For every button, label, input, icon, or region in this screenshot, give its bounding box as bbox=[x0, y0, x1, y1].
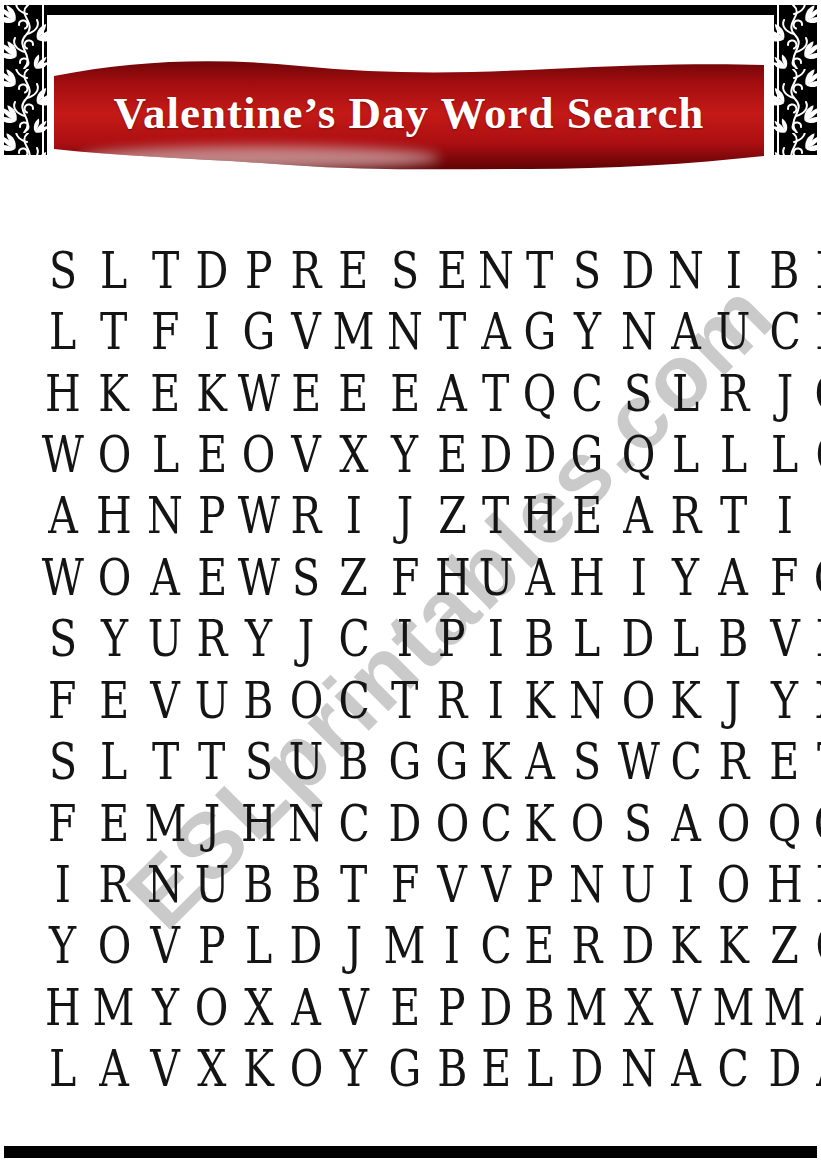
grid-cell[interactable]: B bbox=[233, 854, 284, 915]
grid-cell[interactable]: T bbox=[140, 731, 191, 792]
grid-cell[interactable]: R bbox=[810, 609, 821, 670]
grid-cell[interactable]: K bbox=[233, 1039, 284, 1100]
grid-cell[interactable]: E bbox=[474, 1039, 518, 1100]
grid-cell[interactable]: N bbox=[379, 301, 430, 362]
grid-cell[interactable]: S bbox=[233, 731, 284, 792]
grid-letter: E bbox=[390, 369, 420, 419]
grid-cell[interactable]: E bbox=[561, 486, 612, 547]
grid-cell[interactable]: F bbox=[379, 854, 430, 915]
grid-cell[interactable]: V bbox=[284, 424, 328, 485]
grid-cell[interactable]: Y bbox=[88, 609, 139, 670]
grid-cell[interactable]: N bbox=[561, 670, 612, 731]
grid-cell[interactable]: N bbox=[613, 1039, 664, 1100]
grid-cell[interactable]: H bbox=[233, 793, 284, 854]
grid-cell[interactable]: W bbox=[233, 486, 284, 547]
grid-cell[interactable]: U bbox=[191, 854, 233, 915]
grid-cell[interactable]: B bbox=[708, 609, 759, 670]
grid-cell[interactable]: C bbox=[664, 731, 708, 792]
grid-cell[interactable]: Y bbox=[379, 424, 430, 485]
grid-cell[interactable]: O bbox=[88, 547, 139, 608]
grid-letter: N bbox=[668, 246, 704, 296]
grid-cell[interactable]: V bbox=[431, 854, 475, 915]
grid-cell[interactable]: Y bbox=[328, 1039, 379, 1100]
grid-cell[interactable]: L bbox=[759, 424, 810, 485]
grid-cell[interactable]: L bbox=[88, 731, 139, 792]
grid-letter: U bbox=[148, 614, 183, 664]
grid-cell[interactable]: Y bbox=[140, 977, 191, 1038]
grid-letter: O bbox=[570, 799, 604, 849]
grid-cell[interactable]: G bbox=[379, 1039, 430, 1100]
grid-letter: O bbox=[195, 983, 229, 1033]
grid-cell[interactable]: R bbox=[708, 731, 759, 792]
grid-cell[interactable]: K bbox=[810, 301, 821, 362]
grid-cell[interactable]: V bbox=[284, 301, 328, 362]
grid-cell[interactable]: N bbox=[474, 240, 518, 301]
grid-letter: D bbox=[290, 921, 323, 971]
grid-cell[interactable]: A bbox=[664, 301, 708, 362]
grid-cell[interactable]: L bbox=[664, 609, 708, 670]
grid-letter: S bbox=[49, 614, 77, 664]
grid-cell[interactable]: T bbox=[140, 240, 191, 301]
grid-cell[interactable]: R bbox=[708, 363, 759, 424]
grid-cell[interactable]: F bbox=[37, 670, 88, 731]
grid-cell[interactable]: H bbox=[431, 547, 475, 608]
grid-cell[interactable]: E bbox=[379, 977, 430, 1038]
grid-letter: A bbox=[525, 737, 555, 787]
grid-cell[interactable]: K bbox=[474, 731, 518, 792]
grid-cell[interactable]: H bbox=[759, 854, 810, 915]
grid-cell[interactable]: I bbox=[810, 486, 821, 547]
grid-letter: Y bbox=[672, 553, 699, 603]
grid-cell[interactable]: O bbox=[810, 793, 821, 854]
grid-cell[interactable]: O bbox=[233, 424, 284, 485]
grid-cell[interactable]: S bbox=[37, 240, 88, 301]
grid-cell[interactable]: M bbox=[328, 301, 379, 362]
grid-cell[interactable]: S bbox=[37, 609, 88, 670]
grid-cell[interactable]: Y bbox=[561, 301, 612, 362]
grid-cell[interactable]: N bbox=[613, 301, 664, 362]
grid-cell[interactable]: P bbox=[518, 854, 562, 915]
grid-cell[interactable]: H bbox=[37, 977, 88, 1038]
grid-cell[interactable]: C bbox=[810, 916, 821, 977]
grid-cell[interactable]: U bbox=[613, 854, 664, 915]
grid-cell[interactable]: M bbox=[379, 916, 430, 977]
grid-cell[interactable]: V bbox=[140, 916, 191, 977]
grid-letter: G bbox=[436, 737, 469, 787]
grid-cell[interactable]: C bbox=[474, 793, 518, 854]
grid-letter: J bbox=[204, 799, 220, 849]
grid-cell[interactable]: A bbox=[518, 731, 562, 792]
grid-cell[interactable]: F bbox=[140, 301, 191, 362]
grid-cell[interactable]: G bbox=[233, 301, 284, 362]
grid-letter: C bbox=[338, 799, 369, 849]
grid-cell[interactable]: A bbox=[88, 1039, 139, 1100]
grid-cell[interactable]: M bbox=[140, 793, 191, 854]
grid-cell[interactable]: E bbox=[88, 793, 139, 854]
grid-letter: A bbox=[99, 1044, 129, 1094]
grid-cell[interactable]: A bbox=[810, 1039, 821, 1100]
grid-cell[interactable]: L bbox=[664, 424, 708, 485]
grid-cell[interactable]: D bbox=[379, 793, 430, 854]
grid-cell[interactable]: H bbox=[88, 486, 139, 547]
grid-cell[interactable]: U bbox=[140, 609, 191, 670]
grid-cell[interactable]: G bbox=[561, 424, 612, 485]
grid-cell[interactable]: K bbox=[664, 670, 708, 731]
grid-cell[interactable]: R bbox=[284, 240, 328, 301]
grid-cell[interactable]: E bbox=[191, 424, 233, 485]
grid-cell[interactable]: R bbox=[284, 486, 328, 547]
grid-cell[interactable]: A bbox=[664, 1039, 708, 1100]
grid-cell[interactable]: B bbox=[328, 731, 379, 792]
grid-cell[interactable]: C bbox=[810, 424, 821, 485]
grid-cell[interactable]: O bbox=[284, 1039, 328, 1100]
grid-cell[interactable]: Y bbox=[664, 547, 708, 608]
grid-cell[interactable]: N bbox=[664, 240, 708, 301]
grid-cell[interactable]: I bbox=[37, 854, 88, 915]
grid-cell[interactable]: K bbox=[88, 363, 139, 424]
grid-letter: M bbox=[384, 921, 426, 971]
grid-cell[interactable]: B bbox=[233, 670, 284, 731]
grid-cell[interactable]: T bbox=[88, 301, 139, 362]
grid-letter: V bbox=[291, 307, 321, 357]
grid-letter: W bbox=[617, 737, 659, 787]
grid-cell[interactable]: C bbox=[328, 793, 379, 854]
grid-cell[interactable]: D bbox=[474, 424, 518, 485]
grid-cell[interactable]: E bbox=[191, 547, 233, 608]
grid-cell[interactable]: L bbox=[37, 1039, 88, 1100]
grid-cell[interactable]: G bbox=[431, 731, 475, 792]
grid-cell[interactable]: S bbox=[284, 547, 328, 608]
grid-letter: L bbox=[526, 1044, 553, 1094]
grid-cell[interactable]: I bbox=[431, 916, 475, 977]
grid-cell[interactable]: I bbox=[613, 547, 664, 608]
grid-cell[interactable]: T bbox=[474, 486, 518, 547]
grid-cell[interactable]: J bbox=[379, 486, 430, 547]
grid-cell[interactable]: G bbox=[518, 301, 562, 362]
grid-letter: N bbox=[288, 799, 324, 849]
grid-cell[interactable]: F bbox=[379, 547, 430, 608]
grid-letter: S bbox=[49, 246, 77, 296]
grid-cell[interactable]: T bbox=[518, 240, 562, 301]
grid-cell[interactable]: P bbox=[233, 240, 284, 301]
grid-letter: N bbox=[147, 491, 183, 541]
grid-cell[interactable]: Q bbox=[518, 363, 562, 424]
grid-cell[interactable]: E bbox=[328, 240, 379, 301]
grid-cell[interactable]: M bbox=[561, 977, 612, 1038]
grid-letter: F bbox=[48, 676, 76, 726]
grid-cell[interactable]: A bbox=[140, 547, 191, 608]
grid-cell[interactable]: R bbox=[810, 240, 821, 301]
grid-cell[interactable]: L bbox=[518, 1039, 562, 1100]
grid-letter: M bbox=[764, 983, 806, 1033]
grid-letter: L bbox=[245, 921, 272, 971]
grid-letter: K bbox=[524, 676, 555, 726]
grid-cell[interactable]: W bbox=[233, 547, 284, 608]
grid-cell[interactable]: S bbox=[613, 363, 664, 424]
grid-letter: E bbox=[150, 369, 180, 419]
grid-cell[interactable]: R bbox=[664, 486, 708, 547]
grid-cell[interactable]: O bbox=[561, 793, 612, 854]
grid-cell[interactable]: I bbox=[191, 301, 233, 362]
grid-cell[interactable]: O bbox=[88, 424, 139, 485]
grid-cell[interactable]: P bbox=[191, 486, 233, 547]
grid-letter: I bbox=[488, 614, 504, 664]
grid-cell[interactable]: J bbox=[284, 609, 328, 670]
grid-cell[interactable]: S bbox=[613, 793, 664, 854]
grid-cell[interactable]: C bbox=[474, 916, 518, 977]
grid-cell[interactable]: C bbox=[561, 363, 612, 424]
grid-cell[interactable]: O bbox=[88, 916, 139, 977]
grid-cell[interactable]: C bbox=[708, 1039, 759, 1100]
grid-cell[interactable]: O bbox=[191, 977, 233, 1038]
grid-cell[interactable]: A bbox=[284, 977, 328, 1038]
grid-cell[interactable]: Z bbox=[328, 547, 379, 608]
grid-cell[interactable]: X bbox=[191, 1039, 233, 1100]
grid-cell[interactable]: D bbox=[613, 609, 664, 670]
grid-cell[interactable]: M bbox=[88, 977, 139, 1038]
grid-cell[interactable]: P bbox=[431, 977, 475, 1038]
grid-cell[interactable]: E bbox=[140, 363, 191, 424]
grid-cell[interactable]: A bbox=[708, 547, 759, 608]
grid-cell[interactable]: I bbox=[328, 486, 379, 547]
grid-cell[interactable]: U bbox=[708, 301, 759, 362]
grid-letter: B bbox=[770, 246, 800, 296]
grid-cell[interactable]: E bbox=[284, 363, 328, 424]
grid-cell[interactable]: C bbox=[328, 670, 379, 731]
grid-letter: S bbox=[573, 246, 601, 296]
grid-letter: D bbox=[622, 614, 655, 664]
grid-cell[interactable]: D bbox=[518, 424, 562, 485]
grid-cell[interactable]: K bbox=[518, 793, 562, 854]
grid-letter: O bbox=[814, 553, 821, 603]
grid-letter: T bbox=[340, 860, 367, 910]
grid-cell[interactable]: O bbox=[708, 854, 759, 915]
grid-cell[interactable]: K bbox=[191, 363, 233, 424]
grid-cell[interactable]: V bbox=[328, 977, 379, 1038]
grid-cell[interactable]: L bbox=[233, 916, 284, 977]
grid-cell[interactable]: T bbox=[431, 301, 475, 362]
grid-cell[interactable]: H bbox=[518, 486, 562, 547]
grid-cell[interactable]: I bbox=[708, 240, 759, 301]
grid-cell[interactable]: D bbox=[561, 1039, 612, 1100]
grid-cell[interactable]: Q bbox=[759, 793, 810, 854]
grid-letter: V bbox=[150, 1044, 180, 1094]
grid-cell[interactable]: J bbox=[759, 363, 810, 424]
grid-cell[interactable]: V bbox=[474, 854, 518, 915]
grid-cell[interactable]: L bbox=[664, 363, 708, 424]
grid-cell[interactable]: R bbox=[561, 916, 612, 977]
grid-cell[interactable]: K bbox=[708, 916, 759, 977]
grid-letter: V bbox=[339, 983, 369, 1033]
grid-cell[interactable]: D bbox=[759, 1039, 810, 1100]
grid-cell[interactable]: B bbox=[284, 854, 328, 915]
grid-cell[interactable]: C bbox=[759, 301, 810, 362]
grid-letter: Y bbox=[574, 307, 601, 357]
grid-cell[interactable]: A bbox=[810, 977, 821, 1038]
grid-cell[interactable]: T bbox=[379, 670, 430, 731]
grid-cell[interactable]: D bbox=[613, 240, 664, 301]
grid-cell[interactable]: Z bbox=[431, 486, 475, 547]
grid-letter: L bbox=[771, 430, 798, 480]
grid-cell[interactable]: Q bbox=[613, 424, 664, 485]
grid-letter: T bbox=[100, 307, 127, 357]
grid-letter: E bbox=[437, 430, 467, 480]
grid-cell[interactable]: D bbox=[613, 916, 664, 977]
grid-cell[interactable]: X bbox=[233, 977, 284, 1038]
grid-cell[interactable]: N bbox=[561, 854, 612, 915]
grid-cell[interactable]: I bbox=[379, 609, 430, 670]
grid-letter: X bbox=[197, 1044, 226, 1094]
grid-cell[interactable]: V bbox=[140, 670, 191, 731]
grid-cell[interactable]: Z bbox=[759, 916, 810, 977]
grid-cell[interactable]: Y bbox=[759, 670, 810, 731]
grid-letter: R bbox=[718, 737, 749, 787]
grid-cell[interactable]: W bbox=[613, 731, 664, 792]
grid-letter: C bbox=[480, 799, 511, 849]
grid-cell[interactable]: G bbox=[379, 731, 430, 792]
grid-cell[interactable]: E bbox=[518, 916, 562, 977]
grid-cell[interactable]: D bbox=[474, 977, 518, 1038]
grid-letter: T bbox=[817, 737, 821, 787]
grid-cell[interactable]: A bbox=[431, 363, 475, 424]
grid-cell[interactable]: A bbox=[474, 301, 518, 362]
grid-cell[interactable]: A bbox=[613, 486, 664, 547]
grid-cell[interactable]: I bbox=[474, 609, 518, 670]
grid-letter: L bbox=[720, 430, 747, 480]
grid-cell[interactable]: T bbox=[708, 486, 759, 547]
grid-cell[interactable]: H bbox=[561, 547, 612, 608]
border-left-floral bbox=[4, 5, 47, 155]
grid-cell[interactable]: Y bbox=[37, 916, 88, 977]
grid-cell[interactable]: U bbox=[191, 670, 233, 731]
grid-cell[interactable]: X bbox=[810, 670, 821, 731]
grid-cell[interactable]: Y bbox=[233, 609, 284, 670]
grid-cell[interactable]: V bbox=[664, 977, 708, 1038]
grid-letter: R bbox=[99, 860, 130, 910]
grid-cell[interactable]: X bbox=[613, 977, 664, 1038]
grid-cell[interactable]: V bbox=[759, 609, 810, 670]
grid-cell[interactable]: T bbox=[328, 854, 379, 915]
grid-cell[interactable]: E bbox=[759, 731, 810, 792]
grid-cell[interactable]: L bbox=[140, 424, 191, 485]
grid-cell[interactable]: R bbox=[810, 854, 821, 915]
grid-cell[interactable]: E bbox=[88, 670, 139, 731]
grid-cell[interactable]: O bbox=[284, 670, 328, 731]
grid-cell[interactable]: G bbox=[810, 363, 821, 424]
grid-cell[interactable]: W bbox=[37, 547, 88, 608]
grid-letter: Q bbox=[523, 369, 557, 419]
grid-letter: J bbox=[298, 614, 314, 664]
grid-cell[interactable]: S bbox=[561, 731, 612, 792]
grid-letter: K bbox=[481, 737, 512, 787]
grid-cell[interactable]: O bbox=[431, 793, 475, 854]
grid-cell[interactable]: L bbox=[37, 301, 88, 362]
grid-cell[interactable]: E bbox=[431, 424, 475, 485]
grid-cell[interactable]: R bbox=[431, 670, 475, 731]
grid-cell[interactable]: L bbox=[708, 424, 759, 485]
grid-cell[interactable]: M bbox=[759, 977, 810, 1038]
grid-cell[interactable]: A bbox=[664, 793, 708, 854]
grid-cell[interactable]: V bbox=[140, 1039, 191, 1100]
grid-cell[interactable]: T bbox=[474, 363, 518, 424]
grid-cell[interactable]: L bbox=[561, 609, 612, 670]
grid-letter: Y bbox=[340, 1044, 367, 1094]
grid-letter: E bbox=[390, 983, 420, 1033]
grid-cell[interactable]: B bbox=[518, 977, 562, 1038]
grid-cell[interactable]: T bbox=[810, 731, 821, 792]
grid-cell[interactable]: R bbox=[191, 609, 233, 670]
grid-cell[interactable]: X bbox=[328, 424, 379, 485]
grid-cell[interactable]: F bbox=[759, 547, 810, 608]
grid-cell[interactable]: D bbox=[191, 240, 233, 301]
grid-letter: E bbox=[99, 676, 129, 726]
grid-cell[interactable]: E bbox=[431, 240, 475, 301]
grid-cell[interactable]: D bbox=[284, 916, 328, 977]
grid-cell[interactable]: P bbox=[191, 916, 233, 977]
grid-cell[interactable]: B bbox=[759, 240, 810, 301]
grid-cell[interactable]: E bbox=[379, 363, 430, 424]
grid-cell[interactable]: S bbox=[37, 731, 88, 792]
grid-letter: K bbox=[815, 307, 821, 357]
grid-letter: A bbox=[816, 983, 821, 1033]
grid-cell[interactable]: B bbox=[431, 1039, 475, 1100]
grid-letter: F bbox=[391, 553, 419, 603]
grid-cell[interactable]: B bbox=[518, 609, 562, 670]
grid-letter: I bbox=[346, 491, 362, 541]
grid-letter: J bbox=[397, 491, 413, 541]
grid-letter: A bbox=[816, 1044, 821, 1094]
grid-cell[interactable]: O bbox=[708, 793, 759, 854]
grid-cell[interactable]: N bbox=[140, 486, 191, 547]
grid-cell[interactable]: J bbox=[191, 793, 233, 854]
grid-cell[interactable]: U bbox=[474, 547, 518, 608]
grid-cell[interactable]: C bbox=[328, 609, 379, 670]
grid-cell[interactable]: A bbox=[37, 486, 88, 547]
grid-cell[interactable]: A bbox=[518, 547, 562, 608]
grid-letter: M bbox=[566, 983, 608, 1033]
grid-cell[interactable]: U bbox=[284, 731, 328, 792]
grid-letter: T bbox=[152, 246, 179, 296]
grid-letter: R bbox=[815, 614, 821, 664]
grid-letter: I bbox=[777, 491, 793, 541]
grid-cell[interactable]: K bbox=[518, 670, 562, 731]
grid-letter: V bbox=[150, 676, 180, 726]
grid-cell[interactable]: L bbox=[88, 240, 139, 301]
grid-cell[interactable]: O bbox=[810, 547, 821, 608]
grid-cell[interactable]: W bbox=[37, 424, 88, 485]
grid-cell[interactable]: P bbox=[431, 609, 475, 670]
grid-cell[interactable]: I bbox=[474, 670, 518, 731]
grid-cell[interactable]: W bbox=[233, 363, 284, 424]
grid-cell[interactable]: K bbox=[664, 916, 708, 977]
grid-cell[interactable]: F bbox=[37, 793, 88, 854]
grid-cell[interactable]: I bbox=[664, 854, 708, 915]
grid-cell[interactable]: O bbox=[613, 670, 664, 731]
grid-cell[interactable]: T bbox=[191, 731, 233, 792]
grid-cell[interactable]: I bbox=[759, 486, 810, 547]
grid-cell[interactable]: R bbox=[88, 854, 139, 915]
grid-cell[interactable]: E bbox=[328, 363, 379, 424]
grid-cell[interactable]: J bbox=[708, 670, 759, 731]
grid-cell[interactable]: J bbox=[328, 916, 379, 977]
grid-cell[interactable]: S bbox=[561, 240, 612, 301]
grid-cell[interactable]: S bbox=[379, 240, 430, 301]
grid-cell[interactable]: M bbox=[708, 977, 759, 1038]
grid-cell[interactable]: N bbox=[284, 793, 328, 854]
grid-letter: O bbox=[97, 921, 131, 971]
grid-cell[interactable]: N bbox=[140, 854, 191, 915]
grid-cell[interactable]: H bbox=[37, 363, 88, 424]
